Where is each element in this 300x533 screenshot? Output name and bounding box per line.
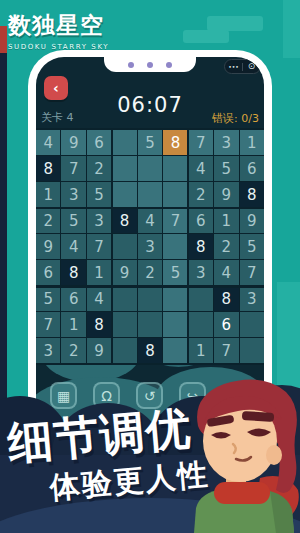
notch-dot — [147, 62, 153, 68]
cell-r3c7[interactable]: 2 — [189, 182, 213, 207]
cell-r1c1[interactable]: 4 — [36, 130, 60, 155]
cell-r7c3[interactable]: 4 — [87, 286, 111, 311]
cell-r6c3[interactable]: 1 — [87, 260, 111, 285]
cell-r1c9[interactable]: 1 — [240, 130, 264, 155]
cell-r5c9[interactable]: 5 — [240, 234, 264, 259]
cell-r2c7[interactable]: 4 — [189, 156, 213, 181]
left-edge-strip-red — [0, 26, 7, 53]
cell-r3c1[interactable]: 1 — [36, 182, 60, 207]
cell-r5c6[interactable] — [163, 234, 187, 259]
cell-r4c4[interactable]: 8 — [112, 208, 136, 233]
cell-r8c3[interactable]: 8 — [87, 312, 111, 337]
cell-r8c2[interactable]: 1 — [61, 312, 85, 337]
boy-character-illustration — [190, 378, 300, 533]
notch-dot — [166, 62, 172, 68]
cell-r6c8[interactable]: 4 — [214, 260, 238, 285]
right-edge-band — [283, 0, 300, 58]
cell-r9c9[interactable] — [240, 338, 264, 363]
cell-r8c5[interactable] — [138, 312, 162, 337]
cell-r9c5[interactable]: 8 — [138, 338, 162, 363]
ear — [266, 445, 282, 465]
cell-r9c6[interactable] — [163, 338, 187, 363]
cell-r6c1[interactable]: 6 — [36, 260, 60, 285]
cell-r1c4[interactable] — [112, 130, 136, 155]
cell-r6c4[interactable]: 9 — [112, 260, 136, 285]
cell-r1c7[interactable]: 7 — [189, 130, 213, 155]
notch-dot — [128, 62, 134, 68]
miniprogram-capsule[interactable]: ••• ⊙ — [224, 59, 261, 74]
left-edge-strip-navy — [0, 53, 7, 533]
cell-r9c8[interactable]: 7 — [214, 338, 238, 363]
cell-r9c7[interactable]: 1 — [189, 338, 213, 363]
cell-r4c9[interactable]: 9 — [240, 208, 264, 233]
cell-r2c4[interactable] — [112, 156, 136, 181]
cell-r2c3[interactable]: 2 — [87, 156, 111, 181]
logo-subtitle: SUDOKU STARRY SKY — [8, 43, 109, 51]
cell-r6c9[interactable]: 7 — [240, 260, 264, 285]
cell-r1c5[interactable]: 5 — [138, 130, 162, 155]
cell-r4c3[interactable]: 3 — [87, 208, 111, 233]
cell-r4c7[interactable]: 6 — [189, 208, 213, 233]
pixel-cloud-decoration — [207, 16, 263, 31]
cell-r6c5[interactable]: 2 — [138, 260, 162, 285]
cell-r3c8[interactable]: 9 — [214, 182, 238, 207]
cell-r3c6[interactable] — [163, 182, 187, 207]
cell-r4c1[interactable]: 2 — [36, 208, 60, 233]
cell-r7c9[interactable]: 3 — [240, 286, 264, 311]
miniprogram-close-icon[interactable]: ⊙ — [243, 61, 260, 72]
cell-r8c9[interactable] — [240, 312, 264, 337]
cell-r5c3[interactable]: 7 — [87, 234, 111, 259]
scarf — [214, 482, 270, 504]
cell-r4c2[interactable]: 5 — [61, 208, 85, 233]
cell-r5c2[interactable]: 4 — [61, 234, 85, 259]
hint-bulb-icon: Ω — [101, 388, 112, 404]
cell-r3c3[interactable]: 5 — [87, 182, 111, 207]
cell-r9c1[interactable]: 3 — [36, 338, 60, 363]
cell-r7c6[interactable] — [163, 286, 187, 311]
cell-r8c6[interactable] — [163, 312, 187, 337]
cell-r7c7[interactable] — [189, 286, 213, 311]
cell-r3c4[interactable] — [112, 182, 136, 207]
cell-r9c2[interactable]: 2 — [61, 338, 85, 363]
cell-r2c1[interactable]: 8 — [36, 156, 60, 181]
cell-r6c6[interactable]: 5 — [163, 260, 187, 285]
errors-counter: 错误: 0/3 — [212, 111, 259, 126]
cell-r1c6[interactable]: 8 — [163, 130, 187, 155]
sudoku-grid: 4965873187245613529825384761994738256819… — [36, 128, 264, 365]
cell-r2c8[interactable]: 5 — [214, 156, 238, 181]
cell-r8c7[interactable] — [189, 312, 213, 337]
cell-r6c2[interactable]: 8 — [61, 260, 85, 285]
cell-r3c2[interactable]: 3 — [61, 182, 85, 207]
cell-r1c2[interactable]: 9 — [61, 130, 85, 155]
notes-icon: ▦ — [57, 388, 70, 404]
logo-title: 数独星空 — [8, 10, 109, 41]
notes-button[interactable]: ▦ — [50, 382, 77, 409]
cell-r7c4[interactable] — [112, 286, 136, 311]
cell-r7c5[interactable] — [138, 286, 162, 311]
cell-r5c1[interactable]: 9 — [36, 234, 60, 259]
cell-r2c6[interactable] — [163, 156, 187, 181]
cell-r2c2[interactable]: 7 — [61, 156, 85, 181]
cell-r7c2[interactable]: 6 — [61, 286, 85, 311]
cell-r4c8[interactable]: 1 — [214, 208, 238, 233]
pixel-cloud-decoration — [183, 30, 229, 43]
cell-r3c5[interactable] — [138, 182, 162, 207]
phone-notch — [104, 57, 196, 72]
cell-r7c8[interactable]: 8 — [214, 286, 238, 311]
cell-r4c6[interactable]: 7 — [163, 208, 187, 233]
cell-r5c4[interactable] — [112, 234, 136, 259]
cell-r9c3[interactable]: 9 — [87, 338, 111, 363]
app-logo: 数独星空 SUDOKU STARRY SKY — [8, 10, 109, 51]
cell-r6c7[interactable]: 3 — [189, 260, 213, 285]
cell-r4c5[interactable]: 4 — [138, 208, 162, 233]
more-icon[interactable]: ••• — [225, 61, 242, 72]
cell-r5c7[interactable]: 8 — [189, 234, 213, 259]
cell-r3c9[interactable]: 8 — [240, 182, 264, 207]
cell-r8c8[interactable]: 6 — [214, 312, 238, 337]
cell-r2c9[interactable]: 6 — [240, 156, 264, 181]
cell-r1c8[interactable]: 3 — [214, 130, 238, 155]
cell-r8c1[interactable]: 7 — [36, 312, 60, 337]
cell-r1c3[interactable]: 6 — [87, 130, 111, 155]
cell-r5c5[interactable]: 3 — [138, 234, 162, 259]
cell-r7c1[interactable]: 5 — [36, 286, 60, 311]
cell-r2c5[interactable] — [138, 156, 162, 181]
cell-r9c4[interactable] — [112, 338, 136, 363]
cell-r5c8[interactable]: 2 — [214, 234, 238, 259]
cell-r8c4[interactable] — [112, 312, 136, 337]
